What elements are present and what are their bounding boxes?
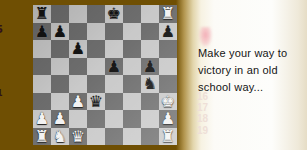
square-e3[interactable]: [105, 93, 123, 111]
piece-white-rook: ♜: [159, 128, 177, 146]
square-a4[interactable]: [33, 75, 51, 93]
square-f2[interactable]: [123, 110, 141, 128]
faded-move-number: 18: [197, 113, 208, 124]
square-f7[interactable]: [123, 23, 141, 41]
square-c1[interactable]: ♛: [69, 128, 87, 146]
piece-black-rook: ♜: [33, 5, 51, 23]
piece-black-knight: ♞: [141, 75, 159, 93]
tagline-line: Make your way to: [198, 45, 287, 62]
square-b2[interactable]: ♟: [51, 110, 69, 128]
square-e8[interactable]: ♚: [105, 5, 123, 23]
square-d7[interactable]: [87, 23, 105, 41]
square-a6[interactable]: [33, 40, 51, 58]
piece-black-queen: ♛: [87, 93, 105, 111]
faded-move-number: 16: [197, 91, 208, 102]
square-a8[interactable]: ♜: [33, 5, 51, 23]
piece-white-pawn: ♟: [33, 110, 51, 128]
piece-black-pawn: ♟: [141, 58, 159, 76]
square-e2[interactable]: [105, 110, 123, 128]
square-a7[interactable]: ♟: [33, 23, 51, 41]
square-c2[interactable]: [69, 110, 87, 128]
square-f4[interactable]: [123, 75, 141, 93]
square-e4[interactable]: [105, 75, 123, 93]
square-c7[interactable]: [69, 23, 87, 41]
piece-black-pawn: ♟: [51, 23, 69, 41]
square-g1[interactable]: [141, 128, 159, 146]
square-h6[interactable]: [159, 40, 177, 58]
square-d4[interactable]: [87, 75, 105, 93]
piece-white-knight: ♞: [51, 128, 69, 146]
square-f1[interactable]: [123, 128, 141, 146]
square-g2[interactable]: [141, 110, 159, 128]
square-h2[interactable]: ♟: [159, 110, 177, 128]
piece-white-pawn: ♟: [69, 93, 87, 111]
chess-board: ♜♚♜♟♟♟♟♟♟♞♟♛♚♟♟♟♜♞♛♜: [33, 5, 177, 145]
square-a1[interactable]: ♜: [33, 128, 51, 146]
piece-white-rook: ♜: [159, 5, 177, 23]
square-b8[interactable]: [51, 5, 69, 23]
square-c8[interactable]: [69, 5, 87, 23]
square-b7[interactable]: ♟: [51, 23, 69, 41]
square-d1[interactable]: [87, 128, 105, 146]
faded-move-number: 19: [197, 125, 208, 136]
faded-pink-blob: [199, 27, 212, 47]
square-a5[interactable]: [33, 58, 51, 76]
square-b6[interactable]: [51, 40, 69, 58]
square-e5[interactable]: ♟: [105, 58, 123, 76]
square-h7[interactable]: ♟: [159, 23, 177, 41]
piece-black-pawn: ♟: [33, 23, 51, 41]
square-c5[interactable]: [69, 58, 87, 76]
square-d6[interactable]: [87, 40, 105, 58]
square-d8[interactable]: [87, 5, 105, 23]
tagline-line: school way...: [198, 79, 287, 96]
piece-black-pawn: ♟: [105, 58, 123, 76]
square-h3[interactable]: ♚: [159, 93, 177, 111]
square-b1[interactable]: ♞: [51, 128, 69, 146]
tagline: Make your way to victory in an old schoo…: [198, 45, 287, 96]
square-a3[interactable]: [33, 93, 51, 111]
square-g4[interactable]: ♞: [141, 75, 159, 93]
tagline-line: victory in an old: [198, 62, 287, 79]
square-b4[interactable]: [51, 75, 69, 93]
faded-move-number: 17: [197, 102, 208, 113]
square-h5[interactable]: [159, 58, 177, 76]
square-c3[interactable]: ♟: [69, 93, 87, 111]
square-g7[interactable]: [141, 23, 159, 41]
clipped-edge-glyph: 5: [0, 24, 3, 35]
piece-white-rook: ♜: [33, 128, 51, 146]
square-g6[interactable]: [141, 40, 159, 58]
square-h8[interactable]: ♜: [159, 5, 177, 23]
square-d2[interactable]: [87, 110, 105, 128]
square-g8[interactable]: [141, 5, 159, 23]
square-f6[interactable]: [123, 40, 141, 58]
piece-white-pawn: ♟: [159, 110, 177, 128]
square-c6[interactable]: ♟: [69, 40, 87, 58]
promo-screenshot: 5 1 ♜♚♜♟♟♟♟♟♟♞♟♛♚♟♟♟♜♞♛♜ Make your way t…: [0, 0, 307, 150]
square-d3[interactable]: ♛: [87, 93, 105, 111]
square-f3[interactable]: [123, 93, 141, 111]
faded-move-list: 16 17 18 19: [197, 91, 208, 136]
piece-white-king: ♚: [159, 93, 177, 111]
square-b5[interactable]: [51, 58, 69, 76]
square-f5[interactable]: [123, 58, 141, 76]
square-b3[interactable]: [51, 93, 69, 111]
square-g5[interactable]: ♟: [141, 58, 159, 76]
square-h4[interactable]: [159, 75, 177, 93]
clipped-edge-glyph: 1: [0, 89, 3, 98]
square-e7[interactable]: [105, 23, 123, 41]
square-f8[interactable]: [123, 5, 141, 23]
square-g3[interactable]: [141, 93, 159, 111]
square-d5[interactable]: [87, 58, 105, 76]
piece-white-pawn: ♟: [51, 110, 69, 128]
piece-black-king: ♚: [105, 5, 123, 23]
square-c4[interactable]: [69, 75, 87, 93]
piece-white-queen: ♛: [69, 128, 87, 146]
square-e6[interactable]: [105, 40, 123, 58]
square-e1[interactable]: [105, 128, 123, 146]
square-h1[interactable]: ♜: [159, 128, 177, 146]
square-a2[interactable]: ♟: [33, 110, 51, 128]
piece-black-pawn: ♟: [69, 40, 87, 58]
piece-black-pawn: ♟: [159, 23, 177, 41]
